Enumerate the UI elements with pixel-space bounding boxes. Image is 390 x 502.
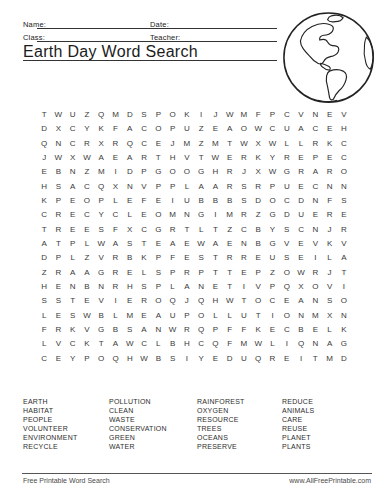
grid-cell-r5c4[interactable]: Z (80, 165, 94, 179)
grid-cell-r18c2[interactable]: E (51, 352, 65, 366)
grid-cell-r10c19[interactable]: E (294, 237, 308, 251)
grid-cell-r5c14[interactable]: R (223, 165, 237, 179)
grid-cell-r7c9[interactable]: E (151, 194, 165, 208)
grid-cell-r12c2[interactable]: R (51, 266, 65, 280)
grid-cell-r11c12[interactable]: S (194, 251, 208, 265)
grid-cell-r1c6[interactable]: M (108, 108, 122, 122)
grid-cell-r1c12[interactable]: I (194, 108, 208, 122)
grid-cell-r3c13[interactable]: M (208, 137, 222, 151)
grid-cell-r18c18[interactable]: E (280, 352, 294, 366)
grid-cell-r18c3[interactable]: Y (66, 352, 80, 366)
grid-cell-r17c16[interactable]: W (251, 337, 265, 351)
grid-cell-r6c20[interactable]: C (308, 180, 322, 194)
grid-cell-r15c15[interactable]: U (237, 309, 251, 323)
grid-cell-r1c11[interactable]: K (180, 108, 194, 122)
grid-cell-r9c2[interactable]: R (51, 223, 65, 237)
grid-cell-r1c9[interactable]: P (151, 108, 165, 122)
grid-cell-r11c22[interactable]: A (337, 251, 351, 265)
grid-cell-r10c1[interactable]: A (37, 237, 51, 251)
grid-cell-r3c3[interactable]: C (66, 137, 80, 151)
grid-cell-r9c19[interactable]: C (294, 223, 308, 237)
grid-cell-r5c11[interactable]: O (180, 165, 194, 179)
grid-cell-r15c13[interactable]: L (208, 309, 222, 323)
grid-cell-r5c21[interactable]: R (322, 165, 336, 179)
grid-cell-r9c22[interactable]: R (337, 223, 351, 237)
grid-cell-r12c9[interactable]: S (151, 266, 165, 280)
grid-cell-r16c11[interactable]: R (180, 323, 194, 337)
grid-cell-r16c15[interactable]: F (237, 323, 251, 337)
grid-cell-r2c2[interactable]: X (51, 122, 65, 136)
grid-cell-r18c17[interactable]: R (265, 352, 279, 366)
grid-cell-r4c2[interactable]: W (51, 151, 65, 165)
grid-cell-r18c12[interactable]: Y (194, 352, 208, 366)
grid-cell-r13c10[interactable]: L (165, 280, 179, 294)
grid-cell-r1c15[interactable]: M (237, 108, 251, 122)
grid-cell-r3c21[interactable]: K (322, 137, 336, 151)
grid-cell-r12c8[interactable]: L (137, 266, 151, 280)
grid-cell-r3c12[interactable]: Z (194, 137, 208, 151)
grid-cell-r10c14[interactable]: E (223, 237, 237, 251)
grid-cell-r10c6[interactable]: A (108, 237, 122, 251)
grid-cell-r4c18[interactable]: R (280, 151, 294, 165)
grid-cell-r15c4[interactable]: W (80, 309, 94, 323)
grid-cell-r15c22[interactable]: N (337, 309, 351, 323)
grid-cell-r4c13[interactable]: W (208, 151, 222, 165)
grid-cell-r2c3[interactable]: C (66, 122, 80, 136)
grid-cell-r8c17[interactable]: G (265, 208, 279, 222)
grid-cell-r14c11[interactable]: J (180, 294, 194, 308)
grid-cell-r18c11[interactable]: I (180, 352, 194, 366)
grid-cell-r11c1[interactable]: D (37, 251, 51, 265)
grid-cell-r17c9[interactable]: L (151, 337, 165, 351)
grid-cell-r16c22[interactable]: K (337, 323, 351, 337)
grid-cell-r4c22[interactable]: C (337, 151, 351, 165)
grid-cell-r15c12[interactable]: O (194, 309, 208, 323)
grid-cell-r9c1[interactable]: T (37, 223, 51, 237)
grid-cell-r12c5[interactable]: G (94, 266, 108, 280)
grid-cell-r6c2[interactable]: S (51, 180, 65, 194)
grid-cell-r15c5[interactable]: B (94, 309, 108, 323)
grid-cell-r13c14[interactable]: T (223, 280, 237, 294)
grid-cell-r17c6[interactable]: A (108, 337, 122, 351)
grid-cell-r6c9[interactable]: P (151, 180, 165, 194)
grid-cell-r16c17[interactable]: E (265, 323, 279, 337)
grid-cell-r2c8[interactable]: C (137, 122, 151, 136)
grid-cell-r15c16[interactable]: T (251, 309, 265, 323)
grid-cell-r6c19[interactable]: E (294, 180, 308, 194)
grid-cell-r1c1[interactable]: T (37, 108, 51, 122)
grid-cell-r1c8[interactable]: S (137, 108, 151, 122)
grid-cell-r10c18[interactable]: V (280, 237, 294, 251)
grid-cell-r12c18[interactable]: O (280, 266, 294, 280)
grid-cell-r9c9[interactable]: G (151, 223, 165, 237)
grid-cell-r8c3[interactable]: E (66, 208, 80, 222)
grid-cell-r2c5[interactable]: K (94, 122, 108, 136)
grid-cell-r6c18[interactable]: U (280, 180, 294, 194)
grid-cell-r13c19[interactable]: X (294, 280, 308, 294)
grid-cell-r5c15[interactable]: J (237, 165, 251, 179)
grid-cell-r4c3[interactable]: X (66, 151, 80, 165)
grid-cell-r8c8[interactable]: E (137, 208, 151, 222)
grid-cell-r5c10[interactable]: O (165, 165, 179, 179)
grid-cell-r11c4[interactable]: Z (80, 251, 94, 265)
grid-cell-r2c7[interactable]: A (123, 122, 137, 136)
grid-cell-r13c9[interactable]: P (151, 280, 165, 294)
grid-cell-r13c6[interactable]: R (108, 280, 122, 294)
grid-cell-r9c14[interactable]: Z (223, 223, 237, 237)
grid-cell-r14c12[interactable]: Q (194, 294, 208, 308)
grid-cell-r2c17[interactable]: C (265, 122, 279, 136)
grid-cell-r8c4[interactable]: C (80, 208, 94, 222)
grid-cell-r7c5[interactable]: P (94, 194, 108, 208)
grid-cell-r10c20[interactable]: V (308, 237, 322, 251)
grid-cell-r1c2[interactable]: W (51, 108, 65, 122)
grid-cell-r5c20[interactable]: A (308, 165, 322, 179)
grid-cell-r6c12[interactable]: A (194, 180, 208, 194)
grid-cell-r12c12[interactable]: P (194, 266, 208, 280)
grid-cell-r4c20[interactable]: P (308, 151, 322, 165)
grid-cell-r15c3[interactable]: S (66, 309, 80, 323)
grid-cell-r18c8[interactable]: W (137, 352, 151, 366)
footer-website-link[interactable]: www.AllFreePrintable.com (289, 477, 371, 484)
grid-cell-r13c7[interactable]: H (123, 280, 137, 294)
grid-cell-r14c1[interactable]: S (37, 294, 51, 308)
grid-cell-r17c10[interactable]: B (165, 337, 179, 351)
grid-cell-r9c7[interactable]: X (123, 223, 137, 237)
grid-cell-r14c6[interactable]: I (108, 294, 122, 308)
grid-cell-r12c20[interactable]: R (308, 266, 322, 280)
grid-cell-r5c1[interactable]: E (37, 165, 51, 179)
grid-cell-r18c15[interactable]: U (237, 352, 251, 366)
grid-cell-r14c20[interactable]: N (308, 294, 322, 308)
grid-cell-r14c16[interactable]: O (251, 294, 265, 308)
grid-cell-r17c14[interactable]: F (223, 337, 237, 351)
grid-cell-r13c20[interactable]: O (308, 280, 322, 294)
grid-cell-r6c14[interactable]: R (223, 180, 237, 194)
grid-cell-r13c13[interactable]: E (208, 280, 222, 294)
grid-cell-r1c22[interactable]: V (337, 108, 351, 122)
grid-cell-r13c5[interactable]: N (94, 280, 108, 294)
grid-cell-r11c19[interactable]: E (294, 251, 308, 265)
grid-cell-r15c1[interactable]: L (37, 309, 51, 323)
grid-cell-r13c3[interactable]: N (66, 280, 80, 294)
grid-cell-r5c13[interactable]: H (208, 165, 222, 179)
grid-cell-r12c19[interactable]: W (294, 266, 308, 280)
grid-cell-r1c10[interactable]: O (165, 108, 179, 122)
grid-cell-r14c22[interactable]: O (337, 294, 351, 308)
grid-cell-r17c12[interactable]: C (194, 337, 208, 351)
grid-cell-r6c5[interactable]: Q (94, 180, 108, 194)
grid-cell-r4c19[interactable]: E (294, 151, 308, 165)
grid-cell-r7c15[interactable]: S (237, 194, 251, 208)
grid-cell-r4c14[interactable]: E (223, 151, 237, 165)
grid-cell-r18c16[interactable]: Q (251, 352, 265, 366)
grid-cell-r13c18[interactable]: Q (280, 280, 294, 294)
grid-cell-r2c20[interactable]: C (308, 122, 322, 136)
grid-cell-r8c11[interactable]: N (180, 208, 194, 222)
grid-cell-r16c16[interactable]: K (251, 323, 265, 337)
grid-cell-r9c21[interactable]: J (322, 223, 336, 237)
grid-cell-r13c1[interactable]: H (37, 280, 51, 294)
grid-cell-r11c14[interactable]: R (223, 251, 237, 265)
grid-cell-r9c16[interactable]: B (251, 223, 265, 237)
grid-cell-r9c20[interactable]: N (308, 223, 322, 237)
grid-cell-r12c6[interactable]: R (108, 266, 122, 280)
grid-cell-r14c9[interactable]: O (151, 294, 165, 308)
grid-cell-r7c1[interactable]: K (37, 194, 51, 208)
grid-cell-r12c16[interactable]: P (251, 266, 265, 280)
grid-cell-r11c10[interactable]: F (165, 251, 179, 265)
grid-cell-r5c9[interactable]: G (151, 165, 165, 179)
grid-cell-r2c18[interactable]: U (280, 122, 294, 136)
grid-cell-r4c4[interactable]: W (80, 151, 94, 165)
grid-cell-r10c11[interactable]: E (180, 237, 194, 251)
grid-cell-r13c21[interactable]: V (322, 280, 336, 294)
grid-cell-r4c12[interactable]: T (194, 151, 208, 165)
grid-cell-r13c22[interactable]: I (337, 280, 351, 294)
grid-cell-r8c16[interactable]: Z (251, 208, 265, 222)
grid-cell-r7c3[interactable]: E (66, 194, 80, 208)
grid-cell-r18c9[interactable]: B (151, 352, 165, 366)
grid-cell-r8c14[interactable]: M (223, 208, 237, 222)
grid-cell-r8c22[interactable]: E (337, 208, 351, 222)
grid-cell-r10c12[interactable]: W (194, 237, 208, 251)
grid-cell-r6c3[interactable]: A (66, 180, 80, 194)
grid-cell-r6c15[interactable]: S (237, 180, 251, 194)
grid-cell-r13c8[interactable]: S (137, 280, 151, 294)
grid-cell-r17c15[interactable]: M (237, 337, 251, 351)
grid-cell-r11c15[interactable]: R (237, 251, 251, 265)
grid-cell-r18c14[interactable]: D (223, 352, 237, 366)
grid-cell-r13c2[interactable]: E (51, 280, 65, 294)
grid-cell-r11c17[interactable]: U (265, 251, 279, 265)
grid-cell-r9c12[interactable]: L (194, 223, 208, 237)
grid-cell-r2c15[interactable]: O (237, 122, 251, 136)
grid-cell-r6c7[interactable]: N (123, 180, 137, 194)
grid-cell-r3c18[interactable]: L (280, 137, 294, 151)
grid-cell-r10c4[interactable]: L (80, 237, 94, 251)
grid-cell-r7c12[interactable]: B (194, 194, 208, 208)
grid-cell-r9c17[interactable]: Y (265, 223, 279, 237)
grid-cell-r1c17[interactable]: P (265, 108, 279, 122)
grid-cell-r15c20[interactable]: M (308, 309, 322, 323)
grid-cell-r3c8[interactable]: C (137, 137, 151, 151)
grid-cell-r6c10[interactable]: P (165, 180, 179, 194)
grid-cell-r7c14[interactable]: B (223, 194, 237, 208)
grid-cell-r14c14[interactable]: W (223, 294, 237, 308)
grid-cell-r7c13[interactable]: B (208, 194, 222, 208)
grid-cell-r10c22[interactable]: V (337, 237, 351, 251)
grid-cell-r12c15[interactable]: E (237, 266, 251, 280)
grid-cell-r5c3[interactable]: N (66, 165, 80, 179)
grid-cell-r8c15[interactable]: R (237, 208, 251, 222)
grid-cell-r15c6[interactable]: L (108, 309, 122, 323)
grid-cell-r12c7[interactable]: E (123, 266, 137, 280)
grid-cell-r8c19[interactable]: U (294, 208, 308, 222)
grid-cell-r14c17[interactable]: C (265, 294, 279, 308)
grid-cell-r4c10[interactable]: H (165, 151, 179, 165)
grid-cell-r15c8[interactable]: E (137, 309, 151, 323)
grid-cell-r10c10[interactable]: A (165, 237, 179, 251)
grid-cell-r2c1[interactable]: D (37, 122, 51, 136)
grid-cell-r17c8[interactable]: C (137, 337, 151, 351)
grid-cell-r8c6[interactable]: C (108, 208, 122, 222)
grid-cell-r15c19[interactable]: N (294, 309, 308, 323)
grid-cell-r12c21[interactable]: J (322, 266, 336, 280)
grid-cell-r3c20[interactable]: R (308, 137, 322, 151)
grid-cell-r6c17[interactable]: P (265, 180, 279, 194)
grid-cell-r1c14[interactable]: W (223, 108, 237, 122)
grid-cell-r4c7[interactable]: A (123, 151, 137, 165)
grid-cell-r6c1[interactable]: H (37, 180, 51, 194)
grid-cell-r3c22[interactable]: C (337, 137, 351, 151)
grid-cell-r2c21[interactable]: E (322, 122, 336, 136)
grid-cell-r13c4[interactable]: B (80, 280, 94, 294)
grid-cell-r9c18[interactable]: S (280, 223, 294, 237)
grid-cell-r10c2[interactable]: T (51, 237, 65, 251)
grid-cell-r7c10[interactable]: I (165, 194, 179, 208)
grid-cell-r17c21[interactable]: A (322, 337, 336, 351)
grid-cell-r4c9[interactable]: T (151, 151, 165, 165)
grid-cell-r6c11[interactable]: L (180, 180, 194, 194)
grid-cell-r9c3[interactable]: E (66, 223, 80, 237)
grid-cell-r1c16[interactable]: F (251, 108, 265, 122)
grid-cell-r12c17[interactable]: Z (265, 266, 279, 280)
grid-cell-r15c10[interactable]: U (165, 309, 179, 323)
grid-cell-r16c3[interactable]: K (66, 323, 80, 337)
grid-cell-r3c16[interactable]: X (251, 137, 265, 151)
grid-cell-r14c21[interactable]: S (322, 294, 336, 308)
grid-cell-r2c10[interactable]: P (165, 122, 179, 136)
grid-cell-r11c21[interactable]: L (322, 251, 336, 265)
grid-cell-r7c20[interactable]: N (308, 194, 322, 208)
grid-cell-r14c18[interactable]: E (280, 294, 294, 308)
grid-cell-r1c20[interactable]: N (308, 108, 322, 122)
grid-cell-r4c11[interactable]: V (180, 151, 194, 165)
grid-cell-r16c8[interactable]: A (137, 323, 151, 337)
grid-cell-r3c19[interactable]: L (294, 137, 308, 151)
grid-cell-r11c2[interactable]: P (51, 251, 65, 265)
grid-cell-r14c10[interactable]: Q (165, 294, 179, 308)
grid-cell-r8c5[interactable]: Y (94, 208, 108, 222)
grid-cell-r13c15[interactable]: I (237, 280, 251, 294)
grid-cell-r14c19[interactable]: A (294, 294, 308, 308)
grid-cell-r14c7[interactable]: E (123, 294, 137, 308)
grid-cell-r18c1[interactable]: C (37, 352, 51, 366)
grid-cell-r5c22[interactable]: O (337, 165, 351, 179)
grid-cell-r16c5[interactable]: G (94, 323, 108, 337)
grid-cell-r8c2[interactable]: R (51, 208, 65, 222)
grid-cell-r5c5[interactable]: M (94, 165, 108, 179)
grid-cell-r4c16[interactable]: K (251, 151, 265, 165)
grid-cell-r14c15[interactable]: T (237, 294, 251, 308)
grid-cell-r3c6[interactable]: R (108, 137, 122, 151)
grid-cell-r17c20[interactable]: N (308, 337, 322, 351)
grid-cell-r7c8[interactable]: F (137, 194, 151, 208)
grid-cell-r2c22[interactable]: H (337, 122, 351, 136)
grid-cell-r4c8[interactable]: R (137, 151, 151, 165)
grid-cell-r17c5[interactable]: T (94, 337, 108, 351)
grid-cell-r15c14[interactable]: L (223, 309, 237, 323)
grid-cell-r16c20[interactable]: E (308, 323, 322, 337)
grid-cell-r16c6[interactable]: B (108, 323, 122, 337)
grid-cell-r3c15[interactable]: W (237, 137, 251, 151)
grid-cell-r18c6[interactable]: Q (108, 352, 122, 366)
grid-cell-r5c8[interactable]: P (137, 165, 151, 179)
grid-cell-r17c7[interactable]: W (123, 337, 137, 351)
grid-cell-r18c7[interactable]: H (123, 352, 137, 366)
grid-cell-r12c3[interactable]: A (66, 266, 80, 280)
grid-cell-r18c5[interactable]: O (94, 352, 108, 366)
grid-cell-r15c11[interactable]: P (180, 309, 194, 323)
grid-cell-r8c9[interactable]: O (151, 208, 165, 222)
grid-cell-r6c21[interactable]: N (322, 180, 336, 194)
grid-cell-r10c16[interactable]: B (251, 237, 265, 251)
grid-cell-r9c6[interactable]: F (108, 223, 122, 237)
grid-cell-r10c17[interactable]: G (265, 237, 279, 251)
grid-cell-r2c6[interactable]: F (108, 122, 122, 136)
grid-cell-r12c14[interactable]: T (223, 266, 237, 280)
grid-cell-r6c6[interactable]: X (108, 180, 122, 194)
grid-cell-r5c17[interactable]: W (265, 165, 279, 179)
grid-cell-r13c12[interactable]: N (194, 280, 208, 294)
grid-cell-r18c21[interactable]: M (322, 352, 336, 366)
grid-cell-r18c13[interactable]: E (208, 352, 222, 366)
grid-cell-r10c5[interactable]: W (94, 237, 108, 251)
grid-cell-r11c8[interactable]: K (137, 251, 151, 265)
grid-cell-r11c18[interactable]: S (280, 251, 294, 265)
grid-cell-r14c3[interactable]: T (66, 294, 80, 308)
grid-cell-r17c19[interactable]: Q (294, 337, 308, 351)
grid-cell-r17c22[interactable]: G (337, 337, 351, 351)
grid-cell-r9c13[interactable]: T (208, 223, 222, 237)
grid-cell-r7c2[interactable]: P (51, 194, 65, 208)
grid-cell-r17c17[interactable]: L (265, 337, 279, 351)
grid-cell-r3c1[interactable]: Q (37, 137, 51, 151)
grid-cell-r13c17[interactable]: P (265, 280, 279, 294)
grid-cell-r6c8[interactable]: V (137, 180, 151, 194)
grid-cell-r17c18[interactable]: I (280, 337, 294, 351)
grid-cell-r12c11[interactable]: R (180, 266, 194, 280)
grid-cell-r13c11[interactable]: A (180, 280, 194, 294)
grid-cell-r17c4[interactable]: K (80, 337, 94, 351)
grid-cell-r9c10[interactable]: R (165, 223, 179, 237)
grid-cell-r14c5[interactable]: V (94, 294, 108, 308)
grid-cell-r2c12[interactable]: Z (194, 122, 208, 136)
grid-cell-r5c12[interactable]: G (194, 165, 208, 179)
grid-cell-r8c13[interactable]: I (208, 208, 222, 222)
grid-cell-r7c17[interactable]: O (265, 194, 279, 208)
grid-cell-r15c17[interactable]: I (265, 309, 279, 323)
grid-cell-r13c16[interactable]: V (251, 280, 265, 294)
grid-cell-r5c18[interactable]: G (280, 165, 294, 179)
grid-cell-r16c7[interactable]: S (123, 323, 137, 337)
grid-cell-r8c21[interactable]: R (322, 208, 336, 222)
grid-cell-r18c19[interactable]: I (294, 352, 308, 366)
grid-cell-r3c17[interactable]: W (265, 137, 279, 151)
grid-cell-r16c9[interactable]: N (151, 323, 165, 337)
grid-cell-r10c3[interactable]: P (66, 237, 80, 251)
grid-cell-r7c19[interactable]: D (294, 194, 308, 208)
grid-cell-r4c1[interactable]: J (37, 151, 51, 165)
grid-cell-r16c2[interactable]: R (51, 323, 65, 337)
grid-cell-r16c21[interactable]: L (322, 323, 336, 337)
grid-cell-r3c9[interactable]: E (151, 137, 165, 151)
grid-cell-r2c19[interactable]: A (294, 122, 308, 136)
grid-cell-r10c9[interactable]: E (151, 237, 165, 251)
grid-cell-r6c4[interactable]: C (80, 180, 94, 194)
grid-cell-r11c9[interactable]: P (151, 251, 165, 265)
